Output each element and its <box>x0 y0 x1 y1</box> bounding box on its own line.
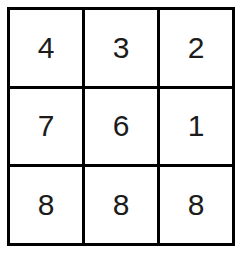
grid-cell-r0c2[interactable]: 2 <box>160 10 232 86</box>
grid-cell-r2c1[interactable]: 8 <box>85 167 157 243</box>
grid-cell-r1c1[interactable]: 6 <box>85 89 157 165</box>
grid-cell-r2c0[interactable]: 8 <box>10 167 82 243</box>
grid-cell-r2c2[interactable]: 8 <box>160 167 232 243</box>
grid-cell-r0c0[interactable]: 4 <box>10 10 82 86</box>
grid-cell-r1c0[interactable]: 7 <box>10 89 82 165</box>
grid-cell-r0c1[interactable]: 3 <box>85 10 157 86</box>
puzzle-grid: 4 3 2 7 6 1 8 8 8 <box>7 7 235 246</box>
grid-cell-r1c2[interactable]: 1 <box>160 89 232 165</box>
